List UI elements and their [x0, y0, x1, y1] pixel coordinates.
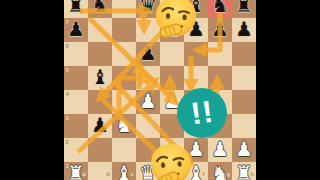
square-d7[interactable]	[136, 18, 160, 42]
square-f6[interactable]	[184, 42, 208, 66]
square-c1[interactable]	[112, 162, 136, 180]
square-h3[interactable]	[232, 114, 256, 138]
square-d2[interactable]	[136, 138, 160, 162]
square-g8[interactable]	[208, 0, 232, 18]
square-b5[interactable]	[88, 66, 112, 90]
square-h4[interactable]	[232, 90, 256, 114]
square-c2[interactable]	[112, 138, 136, 162]
square-e1[interactable]	[160, 162, 184, 180]
square-d4[interactable]	[136, 90, 160, 114]
square-f8[interactable]	[184, 0, 208, 18]
square-c4[interactable]	[112, 90, 136, 114]
square-f2[interactable]	[184, 138, 208, 162]
square-b4[interactable]	[88, 90, 112, 114]
square-e8[interactable]	[160, 0, 184, 18]
square-e2[interactable]	[160, 138, 184, 162]
square-c3[interactable]	[112, 114, 136, 138]
square-d3[interactable]	[136, 114, 160, 138]
square-a3[interactable]	[64, 114, 88, 138]
chess-thumbnail: 87654321abcdefgh ♜♞♛♚♝♞♜♟♟♟♟♟♟♝♟♟♟♞♟♟♟♜♝…	[0, 0, 320, 180]
double-exclam-badge: !!	[177, 88, 227, 138]
square-a7[interactable]	[64, 18, 88, 42]
square-d1[interactable]	[136, 162, 160, 180]
square-f1[interactable]	[184, 162, 208, 180]
square-h5[interactable]	[232, 66, 256, 90]
square-h8[interactable]	[232, 0, 256, 18]
square-e7[interactable]	[160, 18, 184, 42]
square-a1[interactable]	[64, 162, 88, 180]
square-h7[interactable]	[232, 18, 256, 42]
square-c8[interactable]	[112, 0, 136, 18]
square-h6[interactable]	[232, 42, 256, 66]
square-h1[interactable]	[232, 162, 256, 180]
square-b3[interactable]	[88, 114, 112, 138]
square-d8[interactable]	[136, 0, 160, 18]
square-a5[interactable]	[64, 66, 88, 90]
square-e6[interactable]	[160, 42, 184, 66]
square-a6[interactable]	[64, 42, 88, 66]
square-g1[interactable]	[208, 162, 232, 180]
double-exclam-text: !!	[188, 94, 215, 133]
square-b7[interactable]	[88, 18, 112, 42]
square-h2[interactable]	[232, 138, 256, 162]
square-f5[interactable]	[184, 66, 208, 90]
square-g2[interactable]	[208, 138, 232, 162]
square-b6[interactable]	[88, 42, 112, 66]
square-a8[interactable]	[64, 0, 88, 18]
square-c5[interactable]	[112, 66, 136, 90]
square-b2[interactable]	[88, 138, 112, 162]
square-e5[interactable]	[160, 66, 184, 90]
square-g5[interactable]	[208, 66, 232, 90]
square-c7[interactable]	[112, 18, 136, 42]
square-g6[interactable]	[208, 42, 232, 66]
square-g7[interactable]	[208, 18, 232, 42]
square-b8[interactable]	[88, 0, 112, 18]
square-a2[interactable]	[64, 138, 88, 162]
square-d6[interactable]	[136, 42, 160, 66]
square-f7[interactable]	[184, 18, 208, 42]
square-a4[interactable]	[64, 90, 88, 114]
square-c6[interactable]	[112, 42, 136, 66]
square-d5[interactable]	[136, 66, 160, 90]
chess-board[interactable]: 87654321abcdefgh	[64, 0, 256, 180]
square-b1[interactable]	[88, 162, 112, 180]
